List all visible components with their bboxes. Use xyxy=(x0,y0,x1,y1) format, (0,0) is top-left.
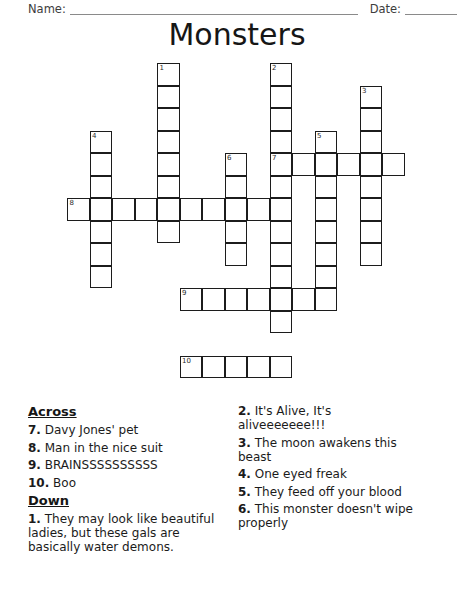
clue-number-label: 5. xyxy=(238,485,251,499)
grid-void xyxy=(382,221,405,244)
grid-void xyxy=(180,108,203,131)
clue-number-label: 3. xyxy=(238,436,251,450)
grid-void xyxy=(225,311,248,334)
grid-void xyxy=(67,333,90,356)
grid-void xyxy=(90,333,113,356)
grid-void xyxy=(202,153,225,176)
grid-void xyxy=(225,108,248,131)
grid-cell-r9-c1[interactable] xyxy=(90,266,113,289)
grid-cell-r10-c11[interactable] xyxy=(315,288,338,311)
cell-number-2: 2 xyxy=(272,64,276,72)
across-clue-list: 7. Davy Jones' pet8. Man in the nice sui… xyxy=(28,423,220,490)
grid-cell-r8-c1[interactable] xyxy=(90,243,113,266)
grid-void xyxy=(112,153,135,176)
grid-void xyxy=(202,311,225,334)
grid-void xyxy=(157,356,180,379)
grid-void xyxy=(67,311,90,334)
grid-void xyxy=(315,356,338,379)
grid-void xyxy=(225,333,248,356)
grid-void xyxy=(112,356,135,379)
clue-4: 4. One eyed freak xyxy=(238,467,418,481)
grid-cell-r2-c4[interactable] xyxy=(157,108,180,131)
grid-void xyxy=(90,108,113,131)
clue-9: 9. BRAINSSSSSSSSSS xyxy=(28,458,220,472)
grid-void xyxy=(315,63,338,86)
grid-cell-r6-c5[interactable] xyxy=(180,198,203,221)
grid-void xyxy=(180,176,203,199)
grid-void xyxy=(67,221,90,244)
grid-void xyxy=(337,266,360,289)
grid-void xyxy=(67,176,90,199)
grid-void xyxy=(67,131,90,154)
grid-cell-r6-c7[interactable] xyxy=(225,198,248,221)
grid-void xyxy=(247,153,270,176)
grid-cell-r0-c9[interactable]: 2 xyxy=(270,63,293,86)
grid-void xyxy=(337,333,360,356)
grid-cell-r7-c9[interactable] xyxy=(270,221,293,244)
grid-void xyxy=(337,108,360,131)
clue-number-label: 10. xyxy=(28,476,49,490)
grid-void xyxy=(382,356,405,379)
grid-void xyxy=(67,153,90,176)
grid-void xyxy=(112,108,135,131)
grid-cell-r4-c4[interactable] xyxy=(157,153,180,176)
grid-cell-r5-c13[interactable] xyxy=(360,176,383,199)
grid-cell-r4-c1[interactable] xyxy=(90,153,113,176)
clue-text: BRAINSSSSSSSSSS xyxy=(45,458,158,472)
grid-cell-r6-c13[interactable] xyxy=(360,198,383,221)
grid-cell-r4-c11[interactable] xyxy=(315,153,338,176)
grid-void xyxy=(112,243,135,266)
grid-void xyxy=(292,243,315,266)
grid-void xyxy=(292,311,315,334)
grid-void xyxy=(135,63,158,86)
grid-cell-r4-c10[interactable] xyxy=(292,153,315,176)
name-label: Name: xyxy=(28,2,66,16)
cell-number-5: 5 xyxy=(317,132,321,140)
grid-void xyxy=(382,333,405,356)
grid-cell-r6-c4[interactable] xyxy=(157,198,180,221)
grid-cell-r10-c7[interactable] xyxy=(225,288,248,311)
grid-void xyxy=(382,63,405,86)
clue-text: One eyed freak xyxy=(255,467,347,481)
grid-cell-r10-c5[interactable]: 9 xyxy=(180,288,203,311)
grid-void xyxy=(67,63,90,86)
down-clue-list-right: 2. It's Alive, It's aliveeeeeee!!!3. The… xyxy=(238,404,418,530)
grid-cell-r6-c11[interactable] xyxy=(315,198,338,221)
clue-text: Davy Jones' pet xyxy=(45,423,139,437)
grid-void xyxy=(202,266,225,289)
grid-cell-r3-c4[interactable] xyxy=(157,131,180,154)
grid-cell-r3-c13[interactable] xyxy=(360,131,383,154)
grid-void xyxy=(180,221,203,244)
grid-void xyxy=(135,266,158,289)
grid-void xyxy=(67,356,90,379)
grid-void xyxy=(67,86,90,109)
grid-void xyxy=(292,108,315,131)
grid-cell-r5-c9[interactable] xyxy=(270,176,293,199)
clue-7: 7. Davy Jones' pet xyxy=(28,423,220,437)
grid-cell-r2-c13[interactable] xyxy=(360,108,383,131)
grid-void xyxy=(135,356,158,379)
grid-void xyxy=(202,86,225,109)
grid-void xyxy=(360,266,383,289)
grid-void xyxy=(202,131,225,154)
grid-void xyxy=(202,221,225,244)
grid-void xyxy=(382,243,405,266)
grid-void xyxy=(202,333,225,356)
grid-void xyxy=(202,243,225,266)
grid-cell-r1-c13[interactable]: 3 xyxy=(360,86,383,109)
grid-cell-r5-c1[interactable] xyxy=(90,176,113,199)
clue-6: 6. This monster doesn't wipe properly xyxy=(238,502,418,530)
grid-void xyxy=(337,176,360,199)
grid-void xyxy=(247,63,270,86)
grid-void xyxy=(112,288,135,311)
grid-void xyxy=(247,108,270,131)
grid-void xyxy=(67,266,90,289)
grid-void xyxy=(292,221,315,244)
grid-void xyxy=(382,108,405,131)
grid-void xyxy=(135,86,158,109)
grid-void xyxy=(382,288,405,311)
grid-void xyxy=(180,86,203,109)
grid-cell-r7-c11[interactable] xyxy=(315,221,338,244)
cell-number-1: 1 xyxy=(160,64,164,72)
grid-void xyxy=(180,153,203,176)
grid-void xyxy=(112,176,135,199)
grid-void xyxy=(247,243,270,266)
grid-void xyxy=(382,311,405,334)
grid-void xyxy=(135,108,158,131)
grid-cell-r6-c9[interactable] xyxy=(270,198,293,221)
grid-void xyxy=(315,86,338,109)
grid-void xyxy=(247,266,270,289)
grid-void xyxy=(112,266,135,289)
grid-void xyxy=(315,333,338,356)
grid-void xyxy=(67,243,90,266)
grid-cell-r7-c7[interactable] xyxy=(225,221,248,244)
clues-column-left: Across 7. Davy Jones' pet8. Man in the n… xyxy=(28,404,220,558)
grid-void xyxy=(337,63,360,86)
grid-void xyxy=(337,221,360,244)
grid-void xyxy=(247,333,270,356)
grid-cell-r4-c9[interactable]: 7 xyxy=(270,153,293,176)
grid-cell-r13-c9[interactable] xyxy=(270,356,293,379)
grid-void xyxy=(382,198,405,221)
grid-cell-r9-c9[interactable] xyxy=(270,266,293,289)
grid-void xyxy=(157,266,180,289)
grid-cell-r5-c4[interactable] xyxy=(157,176,180,199)
grid-cell-r8-c11[interactable] xyxy=(315,243,338,266)
grid-void xyxy=(180,131,203,154)
puzzle-title: Monsters xyxy=(0,19,474,51)
grid-void xyxy=(225,86,248,109)
grid-void xyxy=(135,221,158,244)
grid-void xyxy=(247,221,270,244)
grid-cell-r13-c7[interactable] xyxy=(225,356,248,379)
grid-void xyxy=(180,243,203,266)
grid-cell-r8-c9[interactable] xyxy=(270,243,293,266)
clue-text: They feed off your blood xyxy=(255,485,402,499)
clues-section: Across 7. Davy Jones' pet8. Man in the n… xyxy=(28,404,418,558)
grid-cell-r6-c2[interactable] xyxy=(112,198,135,221)
grid-void xyxy=(180,311,203,334)
clue-text: Boo xyxy=(53,476,76,490)
grid-void xyxy=(292,176,315,199)
cell-number-4: 4 xyxy=(92,132,96,140)
grid-void xyxy=(112,333,135,356)
grid-void xyxy=(247,176,270,199)
grid-void xyxy=(202,176,225,199)
grid-void xyxy=(360,333,383,356)
cell-number-7: 7 xyxy=(272,154,276,162)
grid-void xyxy=(112,221,135,244)
grid-void xyxy=(360,311,383,334)
grid-void xyxy=(292,266,315,289)
grid-cell-r11-c9[interactable] xyxy=(270,311,293,334)
grid-void xyxy=(180,63,203,86)
grid-cell-r6-c0[interactable]: 8 xyxy=(67,198,90,221)
grid-void xyxy=(382,266,405,289)
grid-cell-r10-c10[interactable] xyxy=(292,288,315,311)
grid-cell-r7-c1[interactable] xyxy=(90,221,113,244)
grid-cell-r4-c13[interactable] xyxy=(360,153,383,176)
grid-void xyxy=(247,311,270,334)
grid-void xyxy=(337,198,360,221)
grid-void xyxy=(112,131,135,154)
grid-void xyxy=(112,311,135,334)
grid-void xyxy=(337,311,360,334)
clue-1: 1. They may look like beautiful ladies, … xyxy=(28,512,220,554)
clue-5: 5. They feed off your blood xyxy=(238,485,418,499)
grid-cell-r10-c8[interactable] xyxy=(247,288,270,311)
clue-number-label: 4. xyxy=(238,467,251,481)
grid-void xyxy=(337,356,360,379)
grid-void xyxy=(90,63,113,86)
grid-void xyxy=(382,86,405,109)
grid-cell-r1-c9[interactable] xyxy=(270,86,293,109)
grid-void xyxy=(202,108,225,131)
grid-void xyxy=(292,63,315,86)
grid-cell-r6-c8[interactable] xyxy=(247,198,270,221)
grid-void xyxy=(135,333,158,356)
grid-cell-r13-c5[interactable]: 10 xyxy=(180,356,203,379)
name-write-line[interactable] xyxy=(70,2,358,15)
grid-void xyxy=(180,333,203,356)
clue-number-label: 7. xyxy=(28,423,41,437)
grid-cell-r3-c11[interactable]: 5 xyxy=(315,131,338,154)
grid-cell-r6-c6[interactable] xyxy=(202,198,225,221)
grid-cell-r8-c7[interactable] xyxy=(225,243,248,266)
clue-2: 2. It's Alive, It's aliveeeeeee!!! xyxy=(238,404,418,432)
clue-text: Man in the nice suit xyxy=(45,441,163,455)
grid-cell-r3-c1[interactable]: 4 xyxy=(90,131,113,154)
clue-number-label: 6. xyxy=(238,502,251,516)
down-clue-list-left: 1. They may look like beautiful ladies, … xyxy=(28,512,220,554)
grid-cell-r3-c9[interactable] xyxy=(270,131,293,154)
grid-void xyxy=(382,131,405,154)
clue-number-label: 2. xyxy=(238,404,251,418)
grid-void xyxy=(337,243,360,266)
grid-void xyxy=(337,86,360,109)
grid-void xyxy=(337,131,360,154)
grid-void xyxy=(225,131,248,154)
grid-void xyxy=(112,86,135,109)
clue-number-label: 8. xyxy=(28,441,41,455)
crossword-grid: 12345678910 xyxy=(67,63,405,378)
grid-void xyxy=(157,333,180,356)
grid-void xyxy=(67,108,90,131)
grid-void xyxy=(360,63,383,86)
grid-void xyxy=(90,311,113,334)
crossword-worksheet: Name: Date: Monsters 12345678910 Across … xyxy=(0,0,474,613)
cell-number-3: 3 xyxy=(362,87,366,95)
grid-void xyxy=(135,131,158,154)
cell-number-6: 6 xyxy=(227,154,231,162)
clue-3: 3. The moon awakens this beast xyxy=(238,436,418,464)
clues-column-right: 2. It's Alive, It's aliveeeeeee!!!3. The… xyxy=(238,404,418,534)
grid-void xyxy=(90,356,113,379)
clue-text: The moon awakens this beast xyxy=(238,436,397,464)
clue-8: 8. Man in the nice suit xyxy=(28,441,220,455)
grid-cell-r7-c13[interactable] xyxy=(360,221,383,244)
date-label: Date: xyxy=(370,2,401,16)
across-heading: Across xyxy=(28,404,220,419)
grid-void xyxy=(225,63,248,86)
grid-cell-r5-c11[interactable] xyxy=(315,176,338,199)
grid-void xyxy=(270,333,293,356)
grid-void xyxy=(292,333,315,356)
grid-void xyxy=(292,131,315,154)
grid-cell-r0-c4[interactable]: 1 xyxy=(157,63,180,86)
grid-void xyxy=(382,176,405,199)
grid-void xyxy=(157,311,180,334)
grid-cell-r8-c13[interactable] xyxy=(360,243,383,266)
cell-number-10: 10 xyxy=(182,357,191,365)
clue-10: 10. Boo xyxy=(28,476,220,490)
grid-cell-r13-c8[interactable] xyxy=(247,356,270,379)
grid-void xyxy=(135,311,158,334)
grid-void xyxy=(225,266,248,289)
grid-void xyxy=(247,131,270,154)
grid-void xyxy=(112,63,135,86)
grid-void xyxy=(292,86,315,109)
grid-void xyxy=(135,153,158,176)
grid-void xyxy=(135,243,158,266)
grid-void xyxy=(180,266,203,289)
grid-void xyxy=(247,86,270,109)
grid-void xyxy=(67,288,90,311)
clue-number-label: 1. xyxy=(28,512,41,526)
grid-cell-r4-c12[interactable] xyxy=(337,153,360,176)
cell-number-9: 9 xyxy=(182,289,186,297)
grid-cell-r1-c4[interactable] xyxy=(157,86,180,109)
grid-void xyxy=(337,288,360,311)
grid-void xyxy=(202,63,225,86)
grid-cell-r6-c3[interactable] xyxy=(135,198,158,221)
grid-void xyxy=(360,356,383,379)
grid-cell-r4-c14[interactable] xyxy=(382,153,405,176)
grid-cell-r13-c6[interactable] xyxy=(202,356,225,379)
grid-void xyxy=(90,288,113,311)
grid-void xyxy=(157,288,180,311)
grid-cell-r10-c6[interactable] xyxy=(202,288,225,311)
clue-text: They may look like beautiful ladies, but… xyxy=(28,512,214,554)
grid-cell-r6-c1[interactable] xyxy=(90,198,113,221)
grid-cell-r7-c4[interactable] xyxy=(157,221,180,244)
grid-cell-r9-c11[interactable] xyxy=(315,266,338,289)
worksheet-header: Name: Date: xyxy=(28,2,457,16)
grid-void xyxy=(315,311,338,334)
grid-void xyxy=(135,176,158,199)
grid-void xyxy=(292,356,315,379)
grid-cell-r2-c9[interactable] xyxy=(270,108,293,131)
down-heading: Down xyxy=(28,493,220,508)
grid-cell-r5-c7[interactable] xyxy=(225,176,248,199)
grid-void xyxy=(315,108,338,131)
grid-void xyxy=(157,243,180,266)
grid-cell-r4-c7[interactable]: 6 xyxy=(225,153,248,176)
cell-number-8: 8 xyxy=(70,199,74,207)
clue-text: It's Alive, It's aliveeeeeee!!! xyxy=(238,404,331,432)
grid-cell-r10-c9[interactable] xyxy=(270,288,293,311)
grid-void xyxy=(135,288,158,311)
clue-number-label: 9. xyxy=(28,458,41,472)
grid-void xyxy=(90,86,113,109)
grid-void xyxy=(360,288,383,311)
date-write-line[interactable] xyxy=(405,2,457,15)
grid-void xyxy=(292,198,315,221)
clue-text: This monster doesn't wipe properly xyxy=(238,502,413,530)
